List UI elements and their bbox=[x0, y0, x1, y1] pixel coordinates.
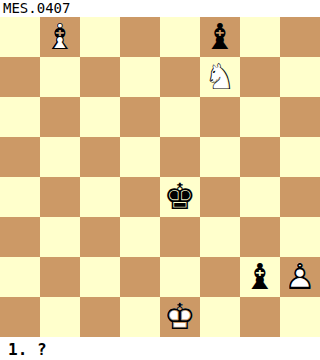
square-b4[interactable] bbox=[40, 177, 80, 217]
square-g8[interactable] bbox=[240, 17, 280, 57]
piece-black-king: ♚ bbox=[160, 177, 200, 217]
square-c5[interactable] bbox=[80, 137, 120, 177]
square-e1[interactable]: ♚♔ bbox=[160, 297, 200, 337]
square-b7[interactable] bbox=[40, 57, 80, 97]
square-a4[interactable] bbox=[0, 177, 40, 217]
square-c2[interactable] bbox=[80, 257, 120, 297]
square-f7[interactable]: ♞♘ bbox=[200, 57, 240, 97]
square-b1[interactable] bbox=[40, 297, 80, 337]
piece-white-king: ♔ bbox=[160, 297, 200, 337]
square-g4[interactable] bbox=[240, 177, 280, 217]
square-h8[interactable] bbox=[280, 17, 320, 57]
square-d6[interactable] bbox=[120, 97, 160, 137]
square-e2[interactable] bbox=[160, 257, 200, 297]
square-c1[interactable] bbox=[80, 297, 120, 337]
square-f4[interactable] bbox=[200, 177, 240, 217]
square-e6[interactable] bbox=[160, 97, 200, 137]
chess-puzzle-page: MES.0407 ♝♗♝♞♘♚♝♟♙♚♔ 1. ? bbox=[0, 0, 320, 360]
square-a8[interactable] bbox=[0, 17, 40, 57]
square-b8[interactable]: ♝♗ bbox=[40, 17, 80, 57]
square-h1[interactable] bbox=[280, 297, 320, 337]
square-h3[interactable] bbox=[280, 217, 320, 257]
square-h4[interactable] bbox=[280, 177, 320, 217]
square-f2[interactable] bbox=[200, 257, 240, 297]
square-c4[interactable] bbox=[80, 177, 120, 217]
piece-black-bishop: ♝ bbox=[240, 257, 280, 297]
square-b6[interactable] bbox=[40, 97, 80, 137]
square-g6[interactable] bbox=[240, 97, 280, 137]
square-e3[interactable] bbox=[160, 217, 200, 257]
square-b2[interactable] bbox=[40, 257, 80, 297]
square-f6[interactable] bbox=[200, 97, 240, 137]
square-c6[interactable] bbox=[80, 97, 120, 137]
square-d2[interactable] bbox=[120, 257, 160, 297]
square-d1[interactable] bbox=[120, 297, 160, 337]
square-c3[interactable] bbox=[80, 217, 120, 257]
square-a6[interactable] bbox=[0, 97, 40, 137]
square-h6[interactable] bbox=[280, 97, 320, 137]
square-d8[interactable] bbox=[120, 17, 160, 57]
square-c7[interactable] bbox=[80, 57, 120, 97]
piece-black-bishop: ♝ bbox=[200, 17, 240, 57]
piece-white-pawn: ♙ bbox=[280, 257, 320, 297]
square-d4[interactable] bbox=[120, 177, 160, 217]
square-h2[interactable]: ♟♙ bbox=[280, 257, 320, 297]
square-a5[interactable] bbox=[0, 137, 40, 177]
square-e8[interactable] bbox=[160, 17, 200, 57]
square-d3[interactable] bbox=[120, 217, 160, 257]
square-d5[interactable] bbox=[120, 137, 160, 177]
square-f3[interactable] bbox=[200, 217, 240, 257]
square-a7[interactable] bbox=[0, 57, 40, 97]
square-a2[interactable] bbox=[0, 257, 40, 297]
square-b5[interactable] bbox=[40, 137, 80, 177]
square-g2[interactable]: ♝ bbox=[240, 257, 280, 297]
square-e7[interactable] bbox=[160, 57, 200, 97]
square-b3[interactable] bbox=[40, 217, 80, 257]
square-h7[interactable] bbox=[280, 57, 320, 97]
square-g7[interactable] bbox=[240, 57, 280, 97]
square-g3[interactable] bbox=[240, 217, 280, 257]
square-f8[interactable]: ♝ bbox=[200, 17, 240, 57]
move-prompt: 1. ? bbox=[0, 337, 320, 360]
square-e4[interactable]: ♚ bbox=[160, 177, 200, 217]
square-d7[interactable] bbox=[120, 57, 160, 97]
square-g1[interactable] bbox=[240, 297, 280, 337]
square-c8[interactable] bbox=[80, 17, 120, 57]
square-h5[interactable] bbox=[280, 137, 320, 177]
square-e5[interactable] bbox=[160, 137, 200, 177]
puzzle-id: MES.0407 bbox=[0, 0, 320, 17]
piece-white-bishop: ♗ bbox=[40, 17, 80, 57]
piece-white-knight: ♘ bbox=[200, 57, 240, 97]
square-f5[interactable] bbox=[200, 137, 240, 177]
square-g5[interactable] bbox=[240, 137, 280, 177]
square-a3[interactable] bbox=[0, 217, 40, 257]
square-f1[interactable] bbox=[200, 297, 240, 337]
square-a1[interactable] bbox=[0, 297, 40, 337]
chess-board: ♝♗♝♞♘♚♝♟♙♚♔ bbox=[0, 17, 320, 337]
